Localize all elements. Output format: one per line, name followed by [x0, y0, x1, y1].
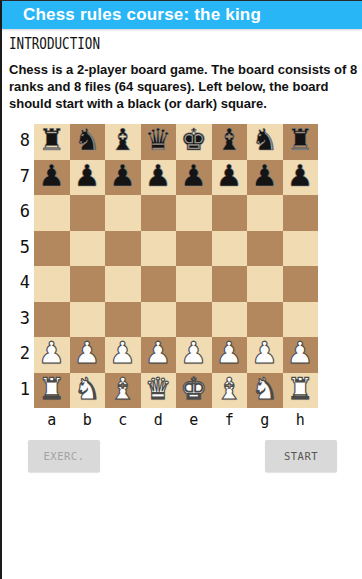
square-b3[interactable]	[70, 302, 106, 338]
rank-label-6: 6	[2, 192, 34, 231]
square-h2[interactable]: ♟	[283, 337, 319, 373]
square-f3[interactable]	[212, 302, 248, 338]
app-screen: Chess rules course: the king INTRODUCTIO…	[0, 0, 362, 579]
white-pawn: ♟	[287, 338, 314, 368]
black-rook: ♜	[287, 125, 314, 155]
rank-label-1: 1	[2, 370, 34, 409]
square-c7[interactable]: ♟	[105, 160, 141, 196]
rank-label-3: 3	[2, 299, 34, 338]
square-b7[interactable]: ♟	[70, 160, 106, 196]
square-h4[interactable]	[283, 266, 319, 302]
square-f1[interactable]: ♝	[212, 373, 248, 409]
square-a5[interactable]	[34, 231, 70, 267]
square-f6[interactable]	[212, 195, 248, 231]
square-g6[interactable]	[247, 195, 283, 231]
square-f7[interactable]: ♟	[212, 160, 248, 196]
square-c3[interactable]	[105, 302, 141, 338]
section-heading-introduction: INTRODUCTION	[9, 35, 306, 53]
white-king: ♚	[180, 374, 207, 404]
square-b2[interactable]: ♟	[70, 337, 106, 373]
file-row-spacer	[2, 408, 34, 432]
square-d8[interactable]: ♛	[141, 124, 177, 160]
exercise-button[interactable]: EXERC.	[28, 440, 100, 472]
square-d3[interactable]	[141, 302, 177, 338]
square-e6[interactable]	[176, 195, 212, 231]
action-buttons-row: EXERC. START	[2, 432, 362, 472]
square-f8[interactable]: ♝	[212, 124, 248, 160]
square-d1[interactable]: ♛	[141, 373, 177, 409]
file-label-g: g	[247, 408, 283, 432]
rank-label-7: 7	[2, 157, 34, 196]
square-a6[interactable]	[34, 195, 70, 231]
white-pawn: ♟	[145, 338, 172, 368]
square-f4[interactable]	[212, 266, 248, 302]
rank-label-5: 5	[2, 228, 34, 267]
square-c4[interactable]	[105, 266, 141, 302]
square-g5[interactable]	[247, 231, 283, 267]
square-h5[interactable]	[283, 231, 319, 267]
square-e4[interactable]	[176, 266, 212, 302]
rank-label-4: 4	[2, 263, 34, 302]
white-pawn: ♟	[251, 338, 278, 368]
square-f2[interactable]: ♟	[212, 337, 248, 373]
square-h7[interactable]: ♟	[283, 160, 319, 196]
black-pawn: ♟	[287, 161, 314, 191]
square-h6[interactable]	[283, 195, 319, 231]
square-c8[interactable]: ♝	[105, 124, 141, 160]
chessboard-area: 8♜♞♝♛♚♝♞♜7♟♟♟♟♟♟♟♟65432♟♟♟♟♟♟♟♟1♜♞♝♛♚♝♞♜…	[2, 124, 362, 432]
square-d7[interactable]: ♟	[141, 160, 177, 196]
square-a3[interactable]	[34, 302, 70, 338]
file-label-f: f	[212, 408, 248, 432]
file-label-d: d	[141, 408, 177, 432]
square-d5[interactable]	[141, 231, 177, 267]
white-bishop: ♝	[109, 374, 136, 404]
white-knight: ♞	[74, 374, 101, 404]
square-a2[interactable]: ♟	[34, 337, 70, 373]
square-b6[interactable]	[70, 195, 106, 231]
square-a8[interactable]: ♜	[34, 124, 70, 160]
black-pawn: ♟	[74, 161, 101, 191]
square-a7[interactable]: ♟	[34, 160, 70, 196]
file-label-c: c	[105, 408, 141, 432]
square-d6[interactable]	[141, 195, 177, 231]
square-e5[interactable]	[176, 231, 212, 267]
white-pawn: ♟	[180, 338, 207, 368]
black-pawn: ♟	[216, 161, 243, 191]
square-h1[interactable]: ♜	[283, 373, 319, 409]
square-c1[interactable]: ♝	[105, 373, 141, 409]
square-g1[interactable]: ♞	[247, 373, 283, 409]
file-label-b: b	[70, 408, 106, 432]
file-label-e: e	[176, 408, 212, 432]
square-g3[interactable]	[247, 302, 283, 338]
white-pawn: ♟	[109, 338, 136, 368]
square-b4[interactable]	[70, 266, 106, 302]
square-h3[interactable]	[283, 302, 319, 338]
white-pawn: ♟	[216, 338, 243, 368]
file-label-h: h	[283, 408, 319, 432]
white-bishop: ♝	[216, 374, 243, 404]
black-pawn: ♟	[251, 161, 278, 191]
black-bishop: ♝	[109, 125, 136, 155]
black-rook: ♜	[38, 125, 65, 155]
black-pawn: ♟	[109, 161, 136, 191]
white-knight: ♞	[251, 374, 278, 404]
white-rook: ♜	[287, 374, 314, 404]
intro-paragraph: Chess is a 2-player board game. The boar…	[9, 61, 358, 112]
app-header: Chess rules course: the king	[2, 1, 362, 29]
chessboard: 8♜♞♝♛♚♝♞♜7♟♟♟♟♟♟♟♟65432♟♟♟♟♟♟♟♟1♜♞♝♛♚♝♞♜	[2, 124, 362, 408]
square-b8[interactable]: ♞	[70, 124, 106, 160]
square-a1[interactable]: ♜	[34, 373, 70, 409]
square-c2[interactable]: ♟	[105, 337, 141, 373]
black-knight: ♞	[251, 125, 278, 155]
square-c6[interactable]	[105, 195, 141, 231]
black-pawn: ♟	[38, 161, 65, 191]
square-e2[interactable]: ♟	[176, 337, 212, 373]
black-bishop: ♝	[216, 125, 243, 155]
square-b5[interactable]	[70, 231, 106, 267]
black-king: ♚	[180, 125, 207, 155]
square-c5[interactable]	[105, 231, 141, 267]
square-e1[interactable]: ♚	[176, 373, 212, 409]
black-queen: ♛	[145, 125, 172, 155]
square-a4[interactable]	[34, 266, 70, 302]
square-d2[interactable]: ♟	[141, 337, 177, 373]
square-e7[interactable]: ♟	[176, 160, 212, 196]
black-pawn: ♟	[145, 161, 172, 191]
white-queen: ♛	[145, 374, 172, 404]
square-d4[interactable]	[141, 266, 177, 302]
square-e8[interactable]: ♚	[176, 124, 212, 160]
black-pawn: ♟	[180, 161, 207, 191]
square-b1[interactable]: ♞	[70, 373, 106, 409]
file-label-a: a	[34, 408, 70, 432]
square-g4[interactable]	[247, 266, 283, 302]
page-title: Chess rules course: the king	[23, 5, 261, 25]
white-rook: ♜	[38, 374, 65, 404]
square-h8[interactable]: ♜	[283, 124, 319, 160]
square-g2[interactable]: ♟	[247, 337, 283, 373]
file-labels-row: abcdefgh	[2, 408, 362, 432]
black-knight: ♞	[74, 125, 101, 155]
square-g8[interactable]: ♞	[247, 124, 283, 160]
square-f5[interactable]	[212, 231, 248, 267]
white-pawn: ♟	[38, 338, 65, 368]
square-g7[interactable]: ♟	[247, 160, 283, 196]
white-pawn: ♟	[74, 338, 101, 368]
square-e3[interactable]	[176, 302, 212, 338]
rank-label-8: 8	[2, 121, 34, 160]
rank-label-2: 2	[2, 334, 34, 373]
start-button[interactable]: START	[265, 440, 337, 472]
